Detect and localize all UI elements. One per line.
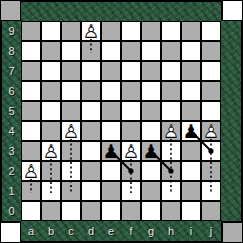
square-a8[interactable] [21,41,41,61]
square-g1[interactable] [141,181,161,201]
white-pawn-outline: ♙ [81,20,101,41]
rank-label-6: 6 [2,81,21,101]
square-b8[interactable] [41,41,61,61]
rank-label-7: 7 [2,61,21,81]
square-h1[interactable] [161,181,181,201]
square-g7[interactable] [141,61,161,81]
black-pawn-glyph: ♟ [141,140,161,161]
square-i3[interactable] [181,141,201,161]
square-b2[interactable] [41,161,61,181]
square-g2[interactable] [141,161,161,181]
square-g8[interactable] [141,41,161,61]
square-b5[interactable] [41,101,61,121]
square-f2[interactable] [121,161,141,181]
square-a0[interactable] [21,201,41,221]
square-f6[interactable] [121,81,141,101]
square-g4[interactable] [141,121,161,141]
square-c3[interactable] [61,141,81,161]
square-c9[interactable] [61,21,81,41]
white-pawn-outline: ♙ [61,120,81,141]
square-i9[interactable] [181,21,201,41]
square-d3[interactable] [81,141,101,161]
square-a1[interactable] [21,181,41,201]
square-h9[interactable] [161,21,181,41]
file-label-b: b [41,221,61,241]
square-g5[interactable] [141,101,161,121]
square-a5[interactable] [21,101,41,121]
rank-labels: 9876543210 [2,21,21,221]
file-label-e: e [101,221,121,241]
rank-label-5: 5 [2,101,21,121]
square-i7[interactable] [181,61,201,81]
square-g9[interactable] [141,21,161,41]
corner-top-left [0,0,21,21]
square-e7[interactable] [101,61,121,81]
white-pawn-outline: ♙ [121,140,141,161]
square-i1[interactable] [181,181,201,201]
square-j2[interactable] [201,161,221,181]
file-label-a: a [21,221,41,241]
square-c0[interactable] [61,201,81,221]
file-label-g: g [141,221,161,241]
file-label-f: f [121,221,141,241]
square-f7[interactable] [121,61,141,81]
square-e8[interactable] [101,41,121,61]
square-e0[interactable] [101,201,121,221]
rank-label-0: 0 [2,201,21,221]
square-i0[interactable] [181,201,201,221]
square-d4[interactable] [81,121,101,141]
rank-label-2: 2 [2,161,21,181]
file-label-j: j [201,221,221,241]
square-f0[interactable] [121,201,141,221]
square-b4[interactable] [41,121,61,141]
white-pawn-outline: ♙ [21,160,41,181]
frame-top [21,2,221,21]
file-label-h: h [161,221,181,241]
square-b0[interactable] [41,201,61,221]
rank-label-1: 1 [2,181,21,201]
square-j5[interactable] [201,101,221,121]
square-c7[interactable] [61,61,81,81]
corner-bottom-left [0,222,21,243]
square-b9[interactable] [41,21,61,41]
square-h6[interactable] [161,81,181,101]
square-g0[interactable] [141,201,161,221]
square-e2[interactable] [101,161,121,181]
square-a7[interactable] [21,61,41,81]
square-e6[interactable] [101,81,121,101]
rank-label-9: 9 [2,21,21,41]
rank-label-3: 3 [2,141,21,161]
square-f9[interactable] [121,21,141,41]
square-j3[interactable] [201,141,221,161]
corner-top-right [222,0,243,21]
white-pawn-outline: ♙ [161,120,181,141]
square-i5[interactable] [181,101,201,121]
square-i8[interactable] [181,41,201,61]
square-d8[interactable] [81,41,101,61]
square-f1[interactable] [121,181,141,201]
black-pawn-e3[interactable]: ♟ [101,141,121,161]
file-label-c: c [61,221,81,241]
square-e5[interactable] [101,101,121,121]
square-a9[interactable] [21,21,41,41]
black-pawn-i4[interactable]: ♟ [181,121,201,141]
square-f5[interactable] [121,101,141,121]
square-h3[interactable] [161,141,181,161]
rank-label-4: 4 [2,121,21,141]
square-d7[interactable] [81,61,101,81]
square-c1[interactable] [61,181,81,201]
file-label-d: d [81,221,101,241]
white-pawn-d9[interactable]: ♟♙ [81,21,101,41]
rank-label-8: 8 [2,41,21,61]
white-pawn-b3[interactable]: ♟♙ [41,141,61,161]
square-f8[interactable] [121,41,141,61]
square-j0[interactable] [201,201,221,221]
square-g6[interactable] [141,81,161,101]
white-pawn-f3[interactable]: ♟♙ [121,141,141,161]
square-d2[interactable] [81,161,101,181]
square-j7[interactable] [201,61,221,81]
file-labels: abcdefghij [21,221,221,241]
file-label-i: i [181,221,201,241]
square-h0[interactable] [161,201,181,221]
square-a4[interactable] [21,121,41,141]
square-d6[interactable] [81,81,101,101]
square-d1[interactable] [81,181,101,201]
white-pawn-outline: ♙ [41,140,61,161]
square-e9[interactable] [101,21,121,41]
square-j9[interactable] [201,21,221,41]
square-j1[interactable] [201,181,221,201]
white-pawn-h4[interactable]: ♟♙ [161,121,181,141]
square-a6[interactable] [21,81,41,101]
square-i6[interactable] [181,81,201,101]
square-e1[interactable] [101,181,121,201]
white-pawn-c4[interactable]: ♟♙ [61,121,81,141]
square-c6[interactable] [61,81,81,101]
square-h5[interactable] [161,101,181,121]
square-b7[interactable] [41,61,61,81]
square-j6[interactable] [201,81,221,101]
black-pawn-glyph: ♟ [101,140,121,161]
frame-right [221,21,241,221]
black-pawn-glyph: ♟ [181,120,201,141]
square-h8[interactable] [161,41,181,61]
square-j8[interactable] [201,41,221,61]
square-e4[interactable] [101,121,121,141]
square-d0[interactable] [81,201,101,221]
square-c5[interactable] [61,101,81,121]
square-c8[interactable] [61,41,81,61]
square-h7[interactable] [161,61,181,81]
square-i2[interactable] [181,161,201,181]
square-d5[interactable] [81,101,101,121]
square-c2[interactable] [61,161,81,181]
square-f4[interactable] [121,121,141,141]
square-b6[interactable] [41,81,61,101]
square-h2[interactable] [161,161,181,181]
square-b1[interactable] [41,181,61,201]
white-pawn-a2[interactable]: ♟♙ [21,161,41,181]
white-pawn-j4[interactable]: ♟♙ [201,121,221,141]
black-pawn-g3[interactable]: ♟ [141,141,161,161]
corner-bottom-right [222,222,243,243]
game-window: 9876543210 abcdefghij ♟♙♟♙♟♙♟♙♟♙♟♙♟♙♟♟♟ [0,0,243,243]
white-pawn-outline: ♙ [201,120,221,141]
square-a3[interactable] [21,141,41,161]
